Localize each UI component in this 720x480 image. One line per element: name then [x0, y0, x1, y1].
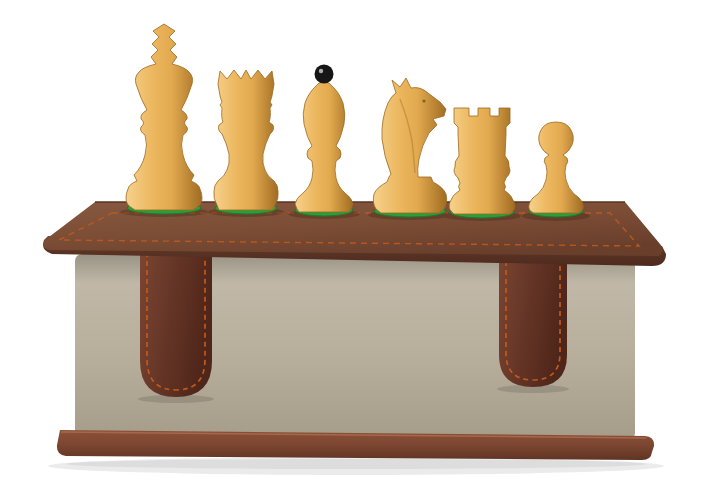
king-piece	[126, 24, 202, 214]
floor-shadow	[48, 457, 664, 475]
right-strap	[499, 250, 567, 387]
left-strap	[140, 250, 212, 397]
product-photo-scene	[0, 0, 720, 480]
knight-piece	[373, 78, 446, 217]
knight-eye	[422, 99, 425, 102]
rook-piece	[449, 108, 515, 218]
bishop-piece	[295, 65, 353, 217]
bishop-finial-ball	[315, 65, 334, 84]
pawn-piece	[529, 122, 583, 217]
queen-piece	[214, 70, 278, 214]
chess-set-illustration	[0, 0, 720, 480]
bishop-ball-highlight	[319, 69, 323, 73]
